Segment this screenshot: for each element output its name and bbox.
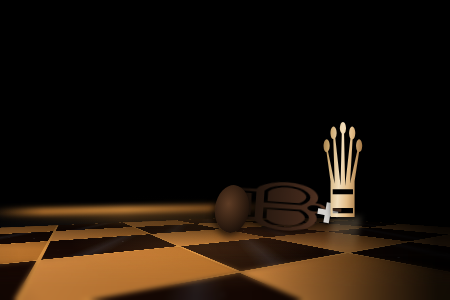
foreground-bokeh [0,254,450,300]
white-queen: ♛ [286,112,398,232]
white-queen-glyph: ♛ [317,112,366,232]
photo-scene: ♚ ✚ ♛ [0,0,450,300]
